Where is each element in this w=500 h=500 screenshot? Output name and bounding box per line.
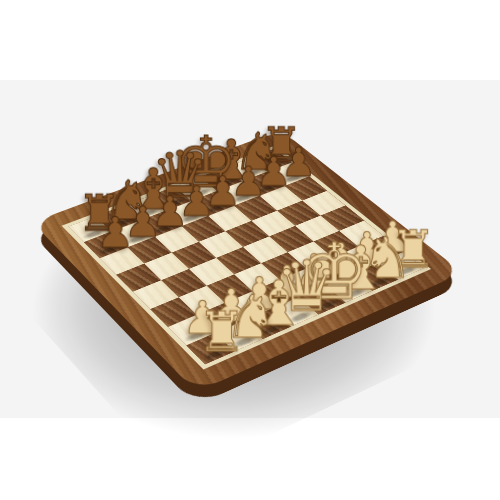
piece-black-pawn-a7: ♟ [96,212,134,254]
page-margin-top [0,0,500,80]
product-photo-canvas: ♜♞♝♛♚♝♞♜♟♟♟♟♟♟♟♟♟♟♟♟♟♟♟♟♜♞♝♛♚♝♞♜ [0,0,500,500]
square-g5 [277,201,320,226]
piece-white-rook-a1: ♜ [197,305,246,360]
square-d5 [199,231,243,258]
